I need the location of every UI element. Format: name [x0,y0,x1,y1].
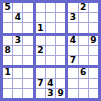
cell-r9c5[interactable]: 3 [46,89,55,98]
box-3-1: 1 [3,68,33,98]
cell-r4c4[interactable] [36,36,45,45]
cell-r4c8[interactable] [79,36,88,45]
box-1-2: 1 [36,3,66,33]
cell-r3c8[interactable] [79,23,88,32]
cell-r9c3[interactable] [23,89,32,98]
cell-r8c9[interactable] [89,79,98,88]
box-1-1: 54 [3,3,33,33]
cell-r5c9[interactable] [89,46,98,55]
cell-r7c7[interactable] [68,68,77,77]
cell-r7c5[interactable] [46,68,55,77]
box-1-3: 23 [68,3,98,33]
cell-r1c8[interactable]: 2 [79,3,88,12]
cell-r2c8[interactable] [79,13,88,22]
cell-r6c1[interactable] [3,56,12,65]
box-2-3: 497 [68,36,98,66]
cell-r8c4[interactable]: 7 [36,79,45,88]
cell-r9c8[interactable] [79,89,88,98]
cell-r5c6[interactable] [56,46,65,55]
cell-r1c7[interactable] [68,3,77,12]
cell-r6c5[interactable] [46,56,55,65]
cell-r3c9[interactable] [89,23,98,32]
box-3-2: 7439 [36,68,66,98]
cell-r4c6[interactable] [56,36,65,45]
cell-r3c4[interactable]: 1 [36,23,45,32]
cell-r9c4[interactable] [36,89,45,98]
cell-r2c5[interactable] [46,13,55,22]
cell-r5c7[interactable] [68,46,77,55]
cell-r1c2[interactable] [13,3,22,12]
cell-r9c9[interactable] [89,89,98,98]
cell-r7c8[interactable]: 6 [79,68,88,77]
cell-r9c6[interactable]: 9 [56,89,65,98]
cell-r6c9[interactable] [89,56,98,65]
box-3-3: 6 [68,68,98,98]
cell-r9c7[interactable] [68,89,77,98]
cell-r3c3[interactable] [23,23,32,32]
cell-r5c2[interactable] [13,46,22,55]
cell-r7c2[interactable] [13,68,22,77]
cell-r8c8[interactable] [79,79,88,88]
cell-r1c6[interactable] [56,3,65,12]
cell-r1c1[interactable]: 5 [3,3,12,12]
cell-r6c4[interactable] [36,56,45,65]
cell-r8c5[interactable]: 4 [46,79,55,88]
cell-r8c7[interactable] [68,79,77,88]
cell-r7c1[interactable]: 1 [3,68,12,77]
box-2-2: 2 [36,36,66,66]
cell-r6c3[interactable] [23,56,32,65]
cell-r6c6[interactable] [56,56,65,65]
cell-r5c8[interactable] [79,46,88,55]
cell-r4c5[interactable] [46,36,55,45]
cell-r4c9[interactable]: 9 [89,36,98,45]
cell-r5c3[interactable] [23,46,32,55]
cell-r7c4[interactable] [36,68,45,77]
cell-r3c7[interactable] [68,23,77,32]
cell-r3c1[interactable] [3,23,12,32]
cell-r4c2[interactable]: 3 [13,36,22,45]
cell-r2c3[interactable] [23,13,32,22]
cell-r5c4[interactable]: 2 [36,46,45,55]
cell-r3c5[interactable] [46,23,55,32]
cell-r2c2[interactable]: 4 [13,13,22,22]
cell-r8c2[interactable] [13,79,22,88]
cell-r7c6[interactable] [56,68,65,77]
cell-r1c5[interactable] [46,3,55,12]
box-2-1: 38 [3,36,33,66]
cell-r4c7[interactable]: 4 [68,36,77,45]
cell-r7c3[interactable] [23,68,32,77]
cell-r3c2[interactable] [13,23,22,32]
sudoku-board: 54123382497174396 [0,0,101,101]
cell-r8c3[interactable] [23,79,32,88]
cell-r2c9[interactable] [89,13,98,22]
cell-r1c9[interactable] [89,3,98,12]
cell-r8c6[interactable] [56,79,65,88]
cell-r2c7[interactable]: 3 [68,13,77,22]
cell-r2c1[interactable] [3,13,12,22]
cell-r6c8[interactable] [79,56,88,65]
cell-r4c3[interactable] [23,36,32,45]
cell-r1c4[interactable] [36,3,45,12]
cell-r2c6[interactable] [56,13,65,22]
cell-r1c3[interactable] [23,3,32,12]
cell-r7c9[interactable] [89,68,98,77]
cell-r9c1[interactable] [3,89,12,98]
cell-r2c4[interactable] [36,13,45,22]
cell-r5c1[interactable]: 8 [3,46,12,55]
cell-r6c7[interactable]: 7 [68,56,77,65]
cell-r8c1[interactable] [3,79,12,88]
cell-r5c5[interactable] [46,46,55,55]
cell-r9c2[interactable] [13,89,22,98]
cell-r3c6[interactable] [56,23,65,32]
cell-r6c2[interactable] [13,56,22,65]
cell-r4c1[interactable] [3,36,12,45]
